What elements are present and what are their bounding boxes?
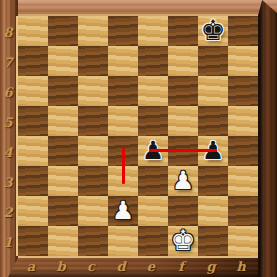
square-h6[interactable]	[228, 76, 258, 106]
rank-label-4: 4	[0, 138, 16, 168]
file-label-g: g	[196, 259, 226, 275]
square-g5[interactable]	[198, 106, 228, 136]
black-king-g8[interactable]: ♚	[198, 16, 228, 46]
square-e5[interactable]	[138, 106, 168, 136]
rank-label-5: 5	[0, 108, 16, 138]
rank-label-3: 3	[0, 168, 16, 198]
square-e2[interactable]	[138, 196, 168, 226]
square-c4[interactable]	[78, 136, 108, 166]
square-g3[interactable]	[198, 166, 228, 196]
square-e7[interactable]	[138, 46, 168, 76]
square-c5[interactable]	[78, 106, 108, 136]
square-a1[interactable]	[18, 226, 48, 256]
square-c2[interactable]	[78, 196, 108, 226]
square-c6[interactable]	[78, 76, 108, 106]
white-pawn-f3[interactable]: ♟	[168, 166, 198, 196]
square-g7[interactable]	[198, 46, 228, 76]
square-b1[interactable]	[48, 226, 78, 256]
square-c1[interactable]	[78, 226, 108, 256]
square-c7[interactable]	[78, 46, 108, 76]
square-d8[interactable]	[108, 16, 138, 46]
board-frame-top	[0, 0, 277, 16]
square-f8[interactable]	[168, 16, 198, 46]
square-f7[interactable]	[168, 46, 198, 76]
square-c8[interactable]	[78, 16, 108, 46]
square-h5[interactable]	[228, 106, 258, 136]
file-label-c: c	[76, 259, 106, 275]
square-e6[interactable]	[138, 76, 168, 106]
square-g2[interactable]	[198, 196, 228, 226]
chessboard-window: ♚♟♟♟♟♚ 87654321abcdefgh	[0, 0, 277, 277]
square-b5[interactable]	[48, 106, 78, 136]
square-b8[interactable]	[48, 16, 78, 46]
rank-label-7: 7	[0, 48, 16, 78]
square-a6[interactable]	[18, 76, 48, 106]
rank-label-2: 2	[0, 198, 16, 228]
square-d5[interactable]	[108, 106, 138, 136]
square-b7[interactable]	[48, 46, 78, 76]
annotation-line-e4-g4	[149, 149, 217, 152]
square-h1[interactable]	[228, 226, 258, 256]
square-a4[interactable]	[18, 136, 48, 166]
square-h3[interactable]	[228, 166, 258, 196]
square-g6[interactable]	[198, 76, 228, 106]
square-b3[interactable]	[48, 166, 78, 196]
annotation-line-d4-d3	[122, 148, 125, 184]
square-f5[interactable]	[168, 106, 198, 136]
square-a7[interactable]	[18, 46, 48, 76]
square-a3[interactable]	[18, 166, 48, 196]
file-label-d: d	[106, 259, 136, 275]
white-pawn-d2[interactable]: ♟	[108, 196, 138, 226]
file-label-e: e	[136, 259, 166, 275]
square-e3[interactable]	[138, 166, 168, 196]
square-a5[interactable]	[18, 106, 48, 136]
square-d1[interactable]	[108, 226, 138, 256]
rank-label-6: 6	[0, 78, 16, 108]
square-c3[interactable]	[78, 166, 108, 196]
rank-label-8: 8	[0, 18, 16, 48]
square-h4[interactable]	[228, 136, 258, 166]
file-label-h: h	[226, 259, 256, 275]
square-b6[interactable]	[48, 76, 78, 106]
white-king-f1[interactable]: ♚	[168, 226, 198, 256]
rank-label-1: 1	[0, 228, 16, 258]
square-b4[interactable]	[48, 136, 78, 166]
square-f2[interactable]	[168, 196, 198, 226]
file-label-f: f	[166, 259, 196, 275]
square-h7[interactable]	[228, 46, 258, 76]
chess-board: ♚♟♟♟♟♚	[18, 16, 258, 256]
file-label-b: b	[46, 259, 76, 275]
file-label-a: a	[16, 259, 46, 275]
square-d7[interactable]	[108, 46, 138, 76]
square-d6[interactable]	[108, 76, 138, 106]
square-a2[interactable]	[18, 196, 48, 226]
square-e8[interactable]	[138, 16, 168, 46]
square-e1[interactable]	[138, 226, 168, 256]
square-b2[interactable]	[48, 196, 78, 226]
square-a8[interactable]	[18, 16, 48, 46]
square-g1[interactable]	[198, 226, 228, 256]
square-h8[interactable]	[228, 16, 258, 46]
board-frame-right	[258, 0, 277, 277]
square-f6[interactable]	[168, 76, 198, 106]
square-h2[interactable]	[228, 196, 258, 226]
